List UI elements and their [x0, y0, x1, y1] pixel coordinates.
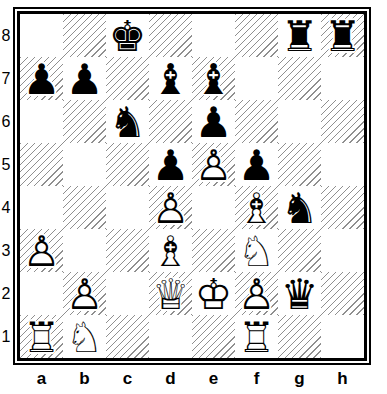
square-h3[interactable]: [321, 229, 364, 272]
piece-black-knight: ♞: [106, 100, 149, 143]
rank-label-8: 8: [0, 14, 12, 57]
rank-label-5: 5: [0, 143, 12, 186]
square-c2[interactable]: [106, 272, 149, 315]
chess-diagram: ♚♜♜♟♟♝♝♞♟♟♟♙♟♟♙♝♗♞♟♙♝♗♞♘♟♙♛♕♚♔♟♙♛♜♖♞♘♜♖ …: [0, 0, 387, 394]
white-piece-outline: ♙: [20, 229, 63, 272]
black-piece-glyph: ♝: [192, 57, 235, 100]
square-e1[interactable]: [192, 315, 235, 358]
square-e4[interactable]: [192, 186, 235, 229]
piece-black-rook: ♜: [321, 14, 364, 57]
rank-label-6: 6: [0, 100, 12, 143]
white-piece-outline: ♙: [235, 272, 278, 315]
piece-white-knight: ♞♘: [235, 229, 278, 272]
square-b6[interactable]: [63, 100, 106, 143]
piece-white-rook: ♜♖: [20, 315, 63, 358]
square-c1[interactable]: [106, 315, 149, 358]
square-g2[interactable]: ♛: [278, 272, 321, 315]
square-a6[interactable]: [20, 100, 63, 143]
white-piece-outline: ♔: [192, 272, 235, 315]
piece-white-king: ♚♔: [192, 272, 235, 315]
piece-white-queen: ♛♕: [149, 272, 192, 315]
white-piece-outline: ♖: [235, 315, 278, 358]
square-g3[interactable]: [278, 229, 321, 272]
black-piece-glyph: ♟: [20, 57, 63, 100]
file-label-e: e: [192, 368, 235, 390]
square-e7[interactable]: ♝: [192, 57, 235, 100]
file-label-g: g: [278, 368, 321, 390]
piece-black-king: ♚: [106, 14, 149, 57]
piece-black-pawn: ♟: [20, 57, 63, 100]
rank-label-1: 1: [0, 315, 12, 358]
square-b8[interactable]: [63, 14, 106, 57]
square-h5[interactable]: [321, 143, 364, 186]
rank-label-4: 4: [0, 186, 12, 229]
square-b3[interactable]: [63, 229, 106, 272]
square-f3[interactable]: ♞♘: [235, 229, 278, 272]
square-f5[interactable]: ♟: [235, 143, 278, 186]
piece-black-knight: ♞: [278, 186, 321, 229]
square-b7[interactable]: ♟: [63, 57, 106, 100]
square-a2[interactable]: [20, 272, 63, 315]
square-f4[interactable]: ♝♗: [235, 186, 278, 229]
square-c4[interactable]: [106, 186, 149, 229]
piece-white-pawn: ♟♙: [192, 143, 235, 186]
black-piece-glyph: ♞: [106, 100, 149, 143]
piece-white-rook: ♜♖: [235, 315, 278, 358]
rank-label-3: 3: [0, 229, 12, 272]
file-label-f: f: [235, 368, 278, 390]
piece-white-pawn: ♟♙: [63, 272, 106, 315]
black-piece-glyph: ♝: [149, 57, 192, 100]
rank-label-7: 7: [0, 57, 12, 100]
square-g8[interactable]: ♜: [278, 14, 321, 57]
white-piece-outline: ♘: [63, 315, 106, 358]
piece-black-pawn: ♟: [235, 143, 278, 186]
piece-black-rook: ♜: [278, 14, 321, 57]
black-piece-glyph: ♜: [278, 14, 321, 57]
square-g4[interactable]: ♞: [278, 186, 321, 229]
square-f1[interactable]: ♜♖: [235, 315, 278, 358]
black-piece-glyph: ♟: [235, 143, 278, 186]
square-d6[interactable]: [149, 100, 192, 143]
square-g6[interactable]: [278, 100, 321, 143]
square-b4[interactable]: [63, 186, 106, 229]
piece-white-bishop: ♝♗: [235, 186, 278, 229]
square-c6[interactable]: ♞: [106, 100, 149, 143]
piece-white-pawn: ♟♙: [235, 272, 278, 315]
square-e8[interactable]: [192, 14, 235, 57]
white-piece-outline: ♙: [63, 272, 106, 315]
board-grid: ♚♜♜♟♟♝♝♞♟♟♟♙♟♟♙♝♗♞♟♙♝♗♞♘♟♙♛♕♚♔♟♙♛♜♖♞♘♜♖: [17, 11, 367, 361]
square-b2[interactable]: ♟♙: [63, 272, 106, 315]
file-label-c: c: [106, 368, 149, 390]
square-g5[interactable]: [278, 143, 321, 186]
file-label-d: d: [149, 368, 192, 390]
white-piece-outline: ♙: [149, 186, 192, 229]
square-d3[interactable]: ♝♗: [149, 229, 192, 272]
square-f8[interactable]: [235, 14, 278, 57]
rank-label-2: 2: [0, 272, 12, 315]
square-h2[interactable]: [321, 272, 364, 315]
square-c7[interactable]: [106, 57, 149, 100]
square-g7[interactable]: [278, 57, 321, 100]
piece-white-knight: ♞♘: [63, 315, 106, 358]
piece-black-pawn: ♟: [63, 57, 106, 100]
piece-white-pawn: ♟♙: [20, 229, 63, 272]
white-piece-outline: ♘: [235, 229, 278, 272]
piece-black-queen: ♛: [278, 272, 321, 315]
square-h1[interactable]: [321, 315, 364, 358]
black-piece-glyph: ♛: [278, 272, 321, 315]
black-piece-glyph: ♟: [149, 143, 192, 186]
square-h8[interactable]: ♜: [321, 14, 364, 57]
file-label-a: a: [20, 368, 63, 390]
file-label-h: h: [321, 368, 364, 390]
piece-black-bishop: ♝: [192, 57, 235, 100]
black-piece-glyph: ♞: [278, 186, 321, 229]
square-e5[interactable]: ♟♙: [192, 143, 235, 186]
square-h7[interactable]: [321, 57, 364, 100]
file-label-b: b: [63, 368, 106, 390]
piece-white-pawn: ♟♙: [149, 186, 192, 229]
square-e6[interactable]: ♟: [192, 100, 235, 143]
square-h4[interactable]: [321, 186, 364, 229]
white-piece-outline: ♗: [235, 186, 278, 229]
square-g1[interactable]: [278, 315, 321, 358]
square-a1[interactable]: ♜♖: [20, 315, 63, 358]
black-piece-glyph: ♜: [321, 14, 364, 57]
square-a5[interactable]: [20, 143, 63, 186]
square-a8[interactable]: [20, 14, 63, 57]
square-c3[interactable]: [106, 229, 149, 272]
piece-black-bishop: ♝: [149, 57, 192, 100]
piece-white-bishop: ♝♗: [149, 229, 192, 272]
square-f6[interactable]: [235, 100, 278, 143]
square-f7[interactable]: [235, 57, 278, 100]
black-piece-glyph: ♟: [192, 100, 235, 143]
square-a7[interactable]: ♟: [20, 57, 63, 100]
piece-black-pawn: ♟: [192, 100, 235, 143]
square-c5[interactable]: [106, 143, 149, 186]
square-c8[interactable]: ♚: [106, 14, 149, 57]
square-d2[interactable]: ♛♕: [149, 272, 192, 315]
square-d8[interactable]: [149, 14, 192, 57]
piece-black-pawn: ♟: [149, 143, 192, 186]
white-piece-outline: ♕: [149, 272, 192, 315]
white-piece-outline: ♖: [20, 315, 63, 358]
square-d4[interactable]: ♟♙: [149, 186, 192, 229]
square-h6[interactable]: [321, 100, 364, 143]
square-e3[interactable]: [192, 229, 235, 272]
square-b1[interactable]: ♞♘: [63, 315, 106, 358]
square-f2[interactable]: ♟♙: [235, 272, 278, 315]
square-d5[interactable]: ♟: [149, 143, 192, 186]
black-piece-glyph: ♚: [106, 14, 149, 57]
chess-board: ♚♜♜♟♟♝♝♞♟♟♟♙♟♟♙♝♗♞♟♙♝♗♞♘♟♙♛♕♚♔♟♙♛♜♖♞♘♜♖: [13, 7, 371, 365]
square-a4[interactable]: [20, 186, 63, 229]
square-e2[interactable]: ♚♔: [192, 272, 235, 315]
square-b5[interactable]: [63, 143, 106, 186]
white-piece-outline: ♗: [149, 229, 192, 272]
square-d1[interactable]: [149, 315, 192, 358]
white-piece-outline: ♙: [192, 143, 235, 186]
square-d7[interactable]: ♝: [149, 57, 192, 100]
black-piece-glyph: ♟: [63, 57, 106, 100]
square-a3[interactable]: ♟♙: [20, 229, 63, 272]
